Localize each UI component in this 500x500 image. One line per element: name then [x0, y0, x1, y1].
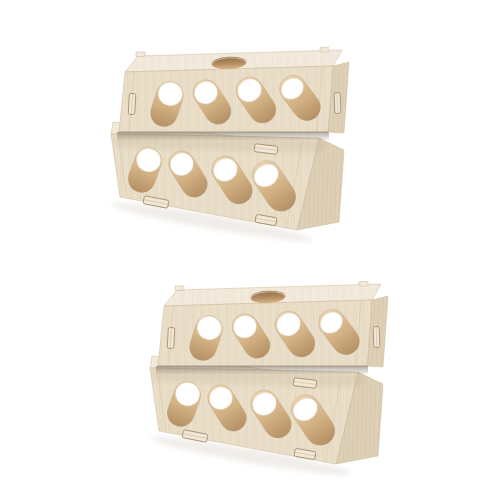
joint-tab — [320, 47, 329, 52]
upper-box — [119, 47, 349, 133]
tab-slot-joint — [334, 92, 341, 113]
product-unit-2 — [149, 281, 388, 480]
product-illustration — [0, 0, 500, 500]
product-unit-1 — [110, 47, 349, 246]
tab-slot-joint — [128, 93, 136, 114]
joint-tab — [136, 52, 145, 57]
product-photo — [0, 0, 500, 500]
